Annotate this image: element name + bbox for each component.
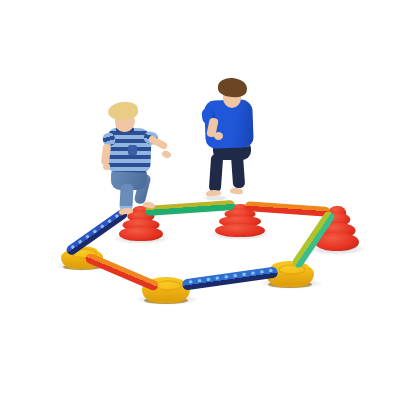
stone-tier [215,224,265,237]
child-toddler [95,100,187,228]
toddler-left-hand [103,163,110,170]
toddler-shirt-pocket [128,145,137,155]
toddler-back-foot [143,201,156,209]
boy-back-foot [230,187,244,194]
toddler-front-foot [119,207,134,215]
boy-front-foot [206,189,221,196]
stone-tier [119,227,163,241]
beam-orange-bottom-left [84,252,160,292]
beam-blue-bottom-right [182,266,279,290]
product-photo-stage [0,0,400,400]
boy-left-fist [214,132,223,140]
child-boy [190,78,268,205]
toddler-right-hand [161,149,172,160]
boy-brown-hair [217,77,247,98]
